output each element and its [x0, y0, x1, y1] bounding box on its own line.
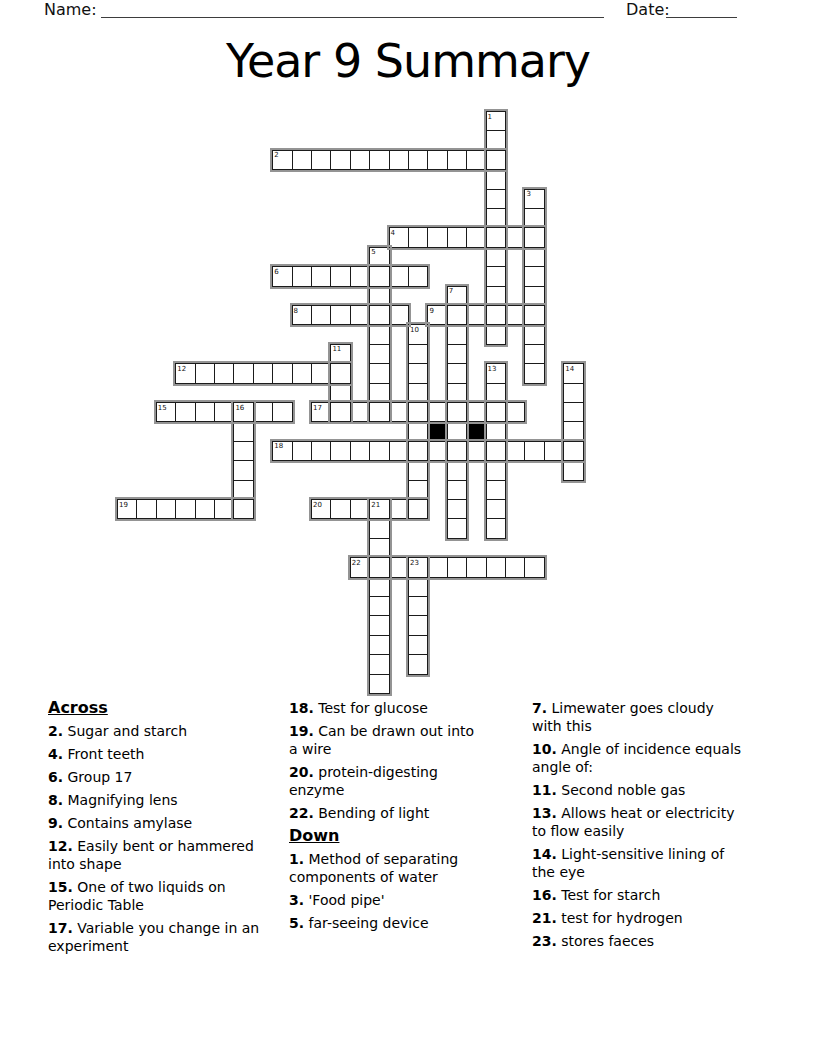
grid-cell[interactable] [330, 383, 350, 403]
page-title: Year 9 Summary [0, 34, 816, 88]
black-cell [466, 421, 486, 441]
grid-cell[interactable] [350, 266, 370, 286]
cell-number-23: 23 [410, 559, 419, 567]
grid-cell[interactable] [350, 305, 370, 325]
grid-cell[interactable] [427, 227, 447, 247]
cell-number-17: 17 [313, 404, 322, 412]
clue-across-18: 18. Test for glucose [289, 699, 485, 717]
cell-number-2: 2 [274, 151, 278, 159]
grid-cell[interactable] [447, 363, 467, 383]
grid-cell[interactable] [408, 654, 428, 674]
cell-number-3: 3 [526, 190, 530, 198]
clue-down-10: 10. Angle of incidence equals angle of: [532, 740, 745, 776]
grid-cell[interactable] [369, 402, 389, 422]
grid-cell[interactable] [447, 227, 467, 247]
grid-cell[interactable] [486, 189, 506, 209]
grid-cell[interactable] [408, 363, 428, 383]
grid-cell[interactable] [311, 305, 331, 325]
grid-cell[interactable] [233, 363, 253, 383]
grid-cell[interactable] [466, 441, 486, 461]
grid-cell[interactable] [369, 441, 389, 461]
grid-cell[interactable] [486, 557, 506, 577]
grid-cell[interactable] [253, 402, 273, 422]
cell-number-16: 16 [235, 404, 244, 412]
grid-cell[interactable] [292, 363, 312, 383]
grid-cell[interactable] [330, 305, 350, 325]
cell-number-18: 18 [274, 442, 283, 450]
grid-cell[interactable] [486, 150, 506, 170]
grid-cell[interactable] [466, 402, 486, 422]
clue-across-12: 12. Easily bent or hammered into shape [48, 837, 266, 873]
grid-cell[interactable] [486, 441, 506, 461]
grid-cell[interactable] [408, 577, 428, 597]
grid-cell[interactable] [175, 402, 195, 422]
cell-number-11: 11 [332, 345, 341, 353]
grid-cell[interactable] [563, 383, 583, 403]
cell-number-6: 6 [274, 268, 278, 276]
grid-cell[interactable] [408, 480, 428, 500]
grid-cell[interactable] [195, 402, 215, 422]
grid-cell[interactable] [233, 480, 253, 500]
clue-down-7: 7. Limewater goes cloudy with this [532, 699, 745, 735]
grid-cell[interactable] [524, 344, 544, 364]
grid-cell[interactable] [408, 635, 428, 655]
grid-cell[interactable] [505, 557, 525, 577]
clue-down-16: 16. Test for starch [532, 886, 745, 904]
grid-cell[interactable] [408, 150, 428, 170]
clue-across-6: 6. Group 17 [48, 768, 266, 786]
grid-cell[interactable] [466, 227, 486, 247]
crossword-worksheet: Name: Date: Year 9 Summary 1234567891011… [0, 0, 816, 1056]
grid-cell[interactable] [350, 441, 370, 461]
grid-cell[interactable] [427, 557, 447, 577]
grid-cell[interactable] [369, 518, 389, 538]
grid-cell[interactable] [350, 402, 370, 422]
grid-cell[interactable] [563, 441, 583, 461]
grid-cell[interactable] [369, 654, 389, 674]
grid-cell[interactable] [369, 615, 389, 635]
clue-down-1: 1. Method of separating components of wa… [289, 850, 485, 886]
grid-cell[interactable] [389, 266, 409, 286]
cell-number-7: 7 [449, 287, 453, 295]
date-label: Date: [626, 0, 670, 20]
grid-cell[interactable] [466, 557, 486, 577]
clue-down-13: 13. Allows heat or electricity to flow e… [532, 804, 745, 840]
grid-cell[interactable] [330, 402, 350, 422]
grid-cell[interactable] [486, 286, 506, 306]
clue-across-22: 22. Bending of light [289, 804, 485, 822]
grid-cell[interactable] [369, 305, 389, 325]
grid-cell[interactable] [369, 557, 389, 577]
clue-across-17: 17. Variable you change in an experiment [48, 919, 266, 955]
grid-cell[interactable] [544, 441, 564, 461]
grid-cell[interactable] [369, 383, 389, 403]
grid-cell[interactable] [369, 635, 389, 655]
grid-cell[interactable] [408, 499, 428, 519]
grid-cell[interactable] [389, 150, 409, 170]
grid-cell[interactable] [175, 499, 195, 519]
grid-cell[interactable] [330, 441, 350, 461]
grid-cell[interactable] [563, 402, 583, 422]
grid-cell[interactable] [505, 441, 525, 461]
cell-number-20: 20 [313, 501, 322, 509]
grid-cell[interactable] [486, 227, 506, 247]
cell-number-12: 12 [177, 365, 186, 373]
cell-number-9: 9 [429, 307, 433, 315]
clue-across-15: 15. One of two liquids on Periodic Table [48, 878, 266, 914]
grid-cell[interactable] [408, 421, 428, 441]
cell-number-15: 15 [158, 404, 167, 412]
grid-cell[interactable] [311, 150, 331, 170]
grid-cell[interactable] [214, 402, 234, 422]
grid-cell[interactable] [369, 538, 389, 558]
grid-cell[interactable] [447, 150, 467, 170]
grid-cell[interactable] [427, 150, 447, 170]
grid-cell[interactable] [486, 402, 506, 422]
grid-cell[interactable] [408, 460, 428, 480]
clue-across-19: 19. Can be drawn out into a wire [289, 722, 485, 758]
grid-cell[interactable] [389, 305, 409, 325]
grid-cell[interactable] [524, 324, 544, 344]
grid-cell[interactable] [311, 363, 331, 383]
grid-cell[interactable] [505, 402, 525, 422]
grid-cell[interactable] [369, 363, 389, 383]
name-label: Name: [44, 0, 97, 20]
grid-cell[interactable] [563, 421, 583, 441]
grid-cell[interactable] [486, 460, 506, 480]
grid-cell[interactable] [408, 344, 428, 364]
grid-cell[interactable] [330, 150, 350, 170]
grid-cell[interactable] [524, 247, 544, 267]
clue-column-1: Across2. Sugar and starch4. Front teeth6… [48, 699, 266, 960]
grid-cell[interactable] [369, 596, 389, 616]
clue-down-5: 5. far-seeing device [289, 914, 485, 932]
grid-cell[interactable] [486, 383, 506, 403]
grid-cell[interactable] [563, 460, 583, 480]
grid-cell[interactable] [408, 383, 428, 403]
grid-cell[interactable] [447, 344, 467, 364]
grid-cell[interactable] [195, 363, 215, 383]
cell-number-8: 8 [294, 307, 298, 315]
clue-column-3: 7. Limewater goes cloudy with this10. An… [532, 699, 745, 955]
grid-cell[interactable] [369, 286, 389, 306]
cell-number-5: 5 [371, 248, 375, 256]
grid-cell[interactable] [447, 441, 467, 461]
cell-number-4: 4 [391, 229, 395, 237]
grid-cell[interactable] [486, 247, 506, 267]
grid-cell[interactable] [330, 363, 350, 383]
clue-down-11: 11. Second noble gas [532, 781, 745, 799]
grid-cell[interactable] [195, 499, 215, 519]
grid-cell[interactable] [486, 266, 506, 286]
grid-cell[interactable] [486, 324, 506, 344]
grid-cell[interactable] [447, 518, 467, 538]
grid-cell[interactable] [311, 266, 331, 286]
grid-cell[interactable] [447, 460, 467, 480]
grid-cell[interactable] [136, 499, 156, 519]
grid-cell[interactable] [389, 441, 409, 461]
grid-cell[interactable] [330, 499, 350, 519]
grid-cell[interactable] [427, 441, 447, 461]
clue-down-21: 21. test for hydrogen [532, 909, 745, 927]
clue-down-14: 14. Light-sensitive lining of the eye [532, 845, 745, 881]
grid-cell[interactable] [427, 402, 447, 422]
grid-cell[interactable] [486, 421, 506, 441]
cell-number-22: 22 [352, 559, 361, 567]
grid-cell[interactable] [233, 421, 253, 441]
grid-cell[interactable] [447, 480, 467, 500]
grid-cell[interactable] [408, 596, 428, 616]
crossword-grid[interactable]: 1234567891011121314151617181920212223 [117, 111, 584, 694]
grid-cell[interactable] [272, 402, 292, 422]
grid-cell[interactable] [272, 363, 292, 383]
grid-cell[interactable] [350, 150, 370, 170]
grid-cell[interactable] [253, 363, 273, 383]
grid-cell[interactable] [156, 499, 176, 519]
grid-cell[interactable] [524, 208, 544, 228]
grid-cell[interactable] [233, 460, 253, 480]
grid-cell[interactable] [524, 305, 544, 325]
cell-number-21: 21 [371, 501, 380, 509]
grid-cell[interactable] [369, 150, 389, 170]
grid-cell[interactable] [524, 557, 544, 577]
grid-cell[interactable] [447, 305, 467, 325]
grid-cell[interactable] [447, 402, 467, 422]
grid-cell[interactable] [350, 499, 370, 519]
grid-cell[interactable] [524, 227, 544, 247]
grid-cell[interactable] [524, 441, 544, 461]
clue-across-9: 9. Contains amylase [48, 814, 266, 832]
across-header: Across [48, 699, 266, 717]
grid-cell[interactable] [505, 305, 525, 325]
grid-cell[interactable] [486, 305, 506, 325]
clue-down-3: 3. 'Food pipe' [289, 891, 485, 909]
cell-number-1: 1 [488, 113, 492, 121]
cell-number-10: 10 [410, 326, 419, 334]
clue-down-23: 23. stores faeces [532, 932, 745, 950]
grid-cell[interactable] [389, 402, 409, 422]
grid-cell[interactable] [447, 383, 467, 403]
date-input-line[interactable] [666, 2, 737, 18]
grid-cell[interactable] [233, 441, 253, 461]
grid-cell[interactable] [505, 227, 525, 247]
clue-across-4: 4. Front teeth [48, 745, 266, 763]
grid-cell[interactable] [292, 441, 312, 461]
grid-cell[interactable] [486, 130, 506, 150]
grid-cell[interactable] [408, 441, 428, 461]
grid-cell[interactable] [369, 674, 389, 694]
grid-cell[interactable] [524, 286, 544, 306]
grid-cell[interactable] [408, 615, 428, 635]
grid-cell[interactable] [466, 150, 486, 170]
cell-number-19: 19 [119, 501, 128, 509]
grid-cell[interactable] [408, 227, 428, 247]
grid-cell[interactable] [214, 363, 234, 383]
down-header: Down [289, 827, 485, 845]
grid-cell[interactable] [524, 266, 544, 286]
grid-cell[interactable] [369, 266, 389, 286]
clue-across-20: 20. protein-digesting enzyme [289, 763, 485, 799]
grid-cell[interactable] [447, 324, 467, 344]
grid-cell[interactable] [369, 324, 389, 344]
grid-cell[interactable] [311, 441, 331, 461]
grid-cell[interactable] [408, 402, 428, 422]
grid-cell[interactable] [233, 499, 253, 519]
clue-across-2: 2. Sugar and starch [48, 722, 266, 740]
grid-cell[interactable] [408, 266, 428, 286]
grid-cell[interactable] [486, 208, 506, 228]
grid-cell[interactable] [292, 266, 312, 286]
cell-number-14: 14 [565, 365, 574, 373]
grid-cell[interactable] [486, 169, 506, 189]
grid-cell[interactable] [447, 499, 467, 519]
name-input-line[interactable] [101, 2, 604, 18]
grid-cell[interactable] [214, 499, 234, 519]
grid-cell[interactable] [486, 480, 506, 500]
black-cell [427, 421, 447, 441]
grid-cell[interactable] [486, 518, 506, 538]
clue-column-2: 18. Test for glucose19. Can be drawn out… [289, 699, 485, 937]
grid-cell[interactable] [389, 499, 409, 519]
grid-cell[interactable] [369, 577, 389, 597]
grid-cell[interactable] [447, 557, 467, 577]
grid-cell[interactable] [389, 557, 409, 577]
cell-number-13: 13 [488, 365, 497, 373]
grid-cell[interactable] [369, 344, 389, 364]
grid-cell[interactable] [447, 421, 467, 441]
grid-cell[interactable] [486, 499, 506, 519]
grid-cell[interactable] [524, 363, 544, 383]
clue-across-8: 8. Magnifying lens [48, 791, 266, 809]
grid-cell[interactable] [330, 266, 350, 286]
grid-cell[interactable] [466, 305, 486, 325]
grid-cell[interactable] [292, 150, 312, 170]
